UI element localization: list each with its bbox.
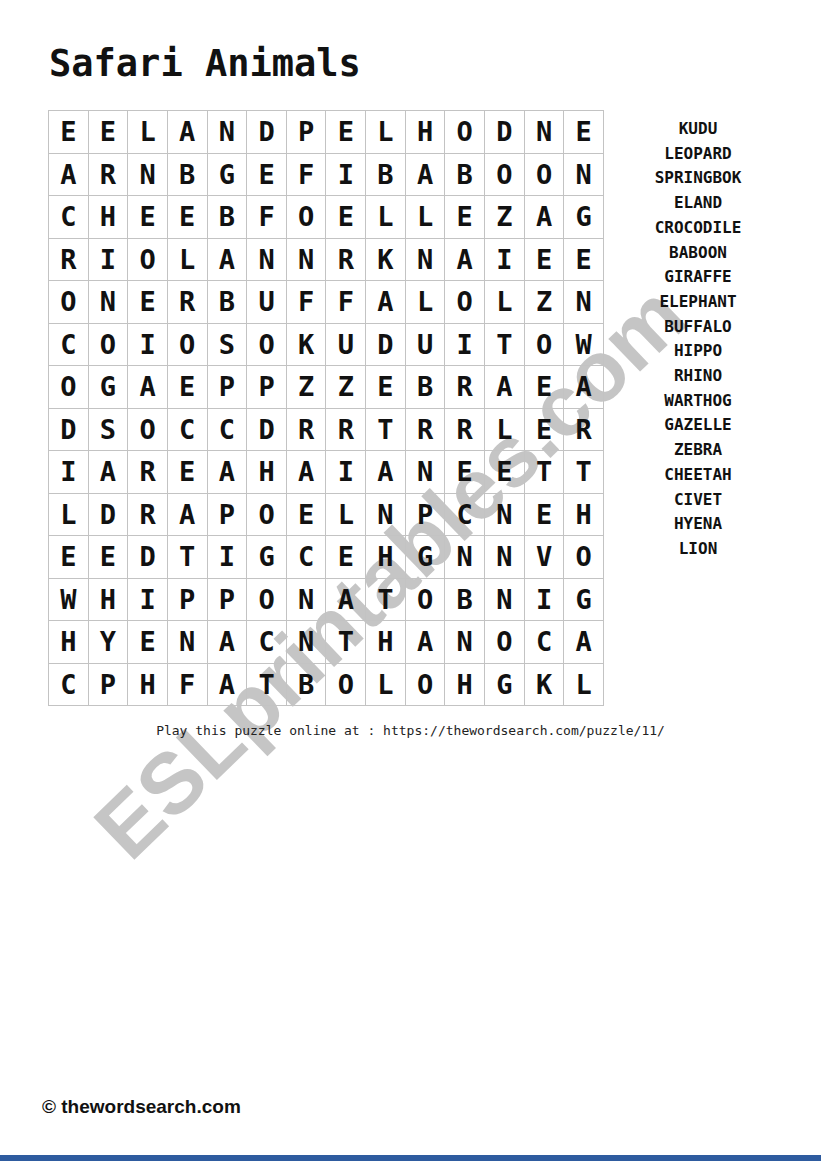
bottom-accent-bar [0, 1155, 821, 1161]
word-list-item: RHINO [603, 364, 793, 389]
grid-cell[interactable]: O [247, 494, 287, 537]
grid-cell[interactable]: F [287, 154, 327, 197]
grid-cell[interactable]: I [128, 324, 168, 367]
word-list-item: CROCODILE [603, 216, 793, 241]
grid-cell[interactable]: E [128, 281, 168, 324]
grid-cell[interactable]: F [287, 281, 327, 324]
grid-cell[interactable]: C [49, 324, 89, 367]
grid-cell[interactable]: N [128, 154, 168, 197]
grid-cell[interactable]: C [49, 196, 89, 239]
grid-cell[interactable]: B [287, 664, 327, 707]
grid-cell[interactable]: U [406, 324, 446, 367]
grid-cell[interactable]: K [287, 324, 327, 367]
grid-cell[interactable]: E [564, 111, 604, 154]
grid-cell[interactable]: P [89, 664, 129, 707]
grid-cell[interactable]: T [366, 579, 406, 622]
grid-cell[interactable]: S [208, 324, 248, 367]
grid-cell[interactable]: E [89, 536, 129, 579]
grid-cell[interactable]: R [406, 409, 446, 452]
grid-cell[interactable]: W [564, 324, 604, 367]
grid-cell[interactable]: H [366, 621, 406, 664]
page-title: Safari Animals [49, 42, 361, 85]
grid-cell[interactable]: E [168, 451, 208, 494]
grid-cell[interactable]: F [168, 664, 208, 707]
grid-cell[interactable]: I [89, 239, 129, 282]
word-list-item: SPRINGBOK [603, 166, 793, 191]
grid-cell[interactable]: H [366, 536, 406, 579]
grid-cell[interactable]: R [128, 494, 168, 537]
grid-cell[interactable]: L [366, 111, 406, 154]
word-list-item: CIVET [603, 488, 793, 513]
grid-cell[interactable]: C [247, 621, 287, 664]
grid-cell[interactable]: T [247, 664, 287, 707]
grid-cell[interactable]: E [326, 111, 366, 154]
grid-cell[interactable]: E [49, 111, 89, 154]
grid-cell[interactable]: C [49, 664, 89, 707]
grid-cell[interactable]: A [208, 621, 248, 664]
grid-cell[interactable]: D [89, 494, 129, 537]
grid-cell[interactable]: F [247, 196, 287, 239]
grid-cell[interactable]: E [128, 621, 168, 664]
word-list-item: LEOPARD [603, 142, 793, 167]
grid-cell[interactable]: O [485, 154, 525, 197]
grid-cell[interactable]: L [366, 664, 406, 707]
grid-cell[interactable]: P [287, 111, 327, 154]
grid-cell[interactable]: R [326, 239, 366, 282]
word-list-item: ELAND [603, 191, 793, 216]
grid-cell[interactable]: O [49, 281, 89, 324]
grid-cell[interactable]: O [247, 579, 287, 622]
grid-cell[interactable]: Y [89, 621, 129, 664]
grid-cell[interactable]: L [326, 494, 366, 537]
grid-cell[interactable]: B [168, 154, 208, 197]
grid-cell[interactable]: N [564, 154, 604, 197]
grid-cell[interactable]: A [89, 451, 129, 494]
grid-cell[interactable]: A [287, 451, 327, 494]
grid-cell[interactable]: U [247, 281, 287, 324]
grid-cell[interactable]: C [525, 621, 565, 664]
grid-cell[interactable]: W [49, 579, 89, 622]
grid-cell[interactable]: C [287, 536, 327, 579]
grid-cell[interactable]: E [564, 239, 604, 282]
play-online-note: Play this puzzle online at : https://the… [0, 723, 821, 738]
grid-cell[interactable]: I [49, 451, 89, 494]
grid-cell[interactable]: O [128, 409, 168, 452]
word-list-item: BABOON [603, 241, 793, 266]
grid-cell[interactable]: L [406, 281, 446, 324]
grid-cell[interactable]: E [168, 366, 208, 409]
grid-cell[interactable]: K [525, 664, 565, 707]
grid-cell[interactable]: O [525, 324, 565, 367]
grid-cell[interactable]: N [406, 451, 446, 494]
grid-cell[interactable]: D [485, 111, 525, 154]
grid-cell[interactable]: E [445, 196, 485, 239]
grid-cell[interactable]: R [445, 366, 485, 409]
grid-cell[interactable]: H [445, 664, 485, 707]
copyright-note: © thewordsearch.com [42, 1096, 241, 1118]
grid-cell[interactable]: E [49, 536, 89, 579]
grid-cell[interactable]: N [89, 281, 129, 324]
grid-cell[interactable]: N [366, 494, 406, 537]
grid-cell[interactable]: A [208, 451, 248, 494]
grid-cell[interactable]: A [366, 451, 406, 494]
word-list-item: HYENA [603, 512, 793, 537]
grid-cell[interactable]: P [208, 579, 248, 622]
grid-cell[interactable]: F [326, 281, 366, 324]
grid-cell[interactable]: A [168, 494, 208, 537]
grid-cell[interactable]: E [525, 366, 565, 409]
grid-cell[interactable]: N [564, 281, 604, 324]
grid-cell[interactable]: C [168, 409, 208, 452]
grid-cell[interactable]: N [485, 536, 525, 579]
grid-cell[interactable]: L [406, 196, 446, 239]
grid-cell[interactable]: T [564, 451, 604, 494]
grid-cell[interactable]: B [208, 196, 248, 239]
play-online-label: Play this puzzle online at : [156, 723, 383, 738]
grid-cell[interactable]: L [128, 111, 168, 154]
grid-cell[interactable]: O [485, 621, 525, 664]
grid-cell[interactable]: N [247, 239, 287, 282]
grid-cell[interactable]: O [49, 366, 89, 409]
grid-cell[interactable]: O [406, 579, 446, 622]
grid-cell[interactable]: H [89, 196, 129, 239]
grid-cell[interactable]: A [208, 239, 248, 282]
word-list-item: KUDU [603, 117, 793, 142]
word-list-item: GAZELLE [603, 413, 793, 438]
grid-cell[interactable]: A [564, 621, 604, 664]
word-list: KUDULEOPARDSPRINGBOKELANDCROCODILEBABOON… [603, 117, 793, 562]
grid-cell[interactable]: H [564, 494, 604, 537]
word-list-item: ZEBRA [603, 438, 793, 463]
grid-cell[interactable]: G [406, 536, 446, 579]
grid-cell[interactable]: G [208, 154, 248, 197]
grid-cell[interactable]: H [89, 579, 129, 622]
grid-cell[interactable]: G [564, 579, 604, 622]
grid-cell[interactable]: R [326, 409, 366, 452]
grid-cell[interactable]: L [49, 494, 89, 537]
grid-cell[interactable]: B [208, 281, 248, 324]
grid-cell[interactable]: O [525, 154, 565, 197]
grid-cell[interactable]: A [485, 366, 525, 409]
grid-cell[interactable]: E [525, 494, 565, 537]
grid-cell[interactable]: Z [525, 281, 565, 324]
grid-cell[interactable]: T [326, 621, 366, 664]
word-list-item: LION [603, 537, 793, 562]
grid-cell[interactable]: E [287, 494, 327, 537]
grid-cell[interactable]: E [326, 536, 366, 579]
word-list-item: ELEPHANT [603, 290, 793, 315]
grid-cell[interactable]: U [326, 324, 366, 367]
grid-cell[interactable]: A [564, 366, 604, 409]
grid-cell[interactable]: A [208, 664, 248, 707]
grid-cell[interactable]: Z [326, 366, 366, 409]
grid-cell[interactable]: B [406, 366, 446, 409]
grid-cell[interactable]: A [128, 366, 168, 409]
word-list-item: WARTHOG [603, 389, 793, 414]
grid-cell[interactable]: D [247, 111, 287, 154]
grid-cell[interactable]: O [564, 536, 604, 579]
grid-cell[interactable]: C [445, 494, 485, 537]
grid-cell[interactable]: E [525, 409, 565, 452]
grid-cell[interactable]: T [366, 409, 406, 452]
grid-cell[interactable]: N [485, 579, 525, 622]
grid-cell[interactable]: R [168, 281, 208, 324]
puzzle-url[interactable]: https://thewordsearch.com/puzzle/11/ [383, 723, 665, 738]
grid-cell[interactable]: N [208, 111, 248, 154]
grid-cell[interactable]: P [208, 494, 248, 537]
grid-cell[interactable]: B [366, 154, 406, 197]
grid-cell[interactable]: T [525, 451, 565, 494]
grid-cell[interactable]: K [366, 239, 406, 282]
grid-cell[interactable]: R [564, 409, 604, 452]
grid-cell[interactable]: E [525, 239, 565, 282]
grid-cell[interactable]: I [525, 579, 565, 622]
grid-cell[interactable]: A [445, 239, 485, 282]
grid-cell[interactable]: A [406, 154, 446, 197]
grid-cell[interactable]: N [445, 536, 485, 579]
grid-cell[interactable]: R [287, 409, 327, 452]
word-list-item: HIPPO [603, 339, 793, 364]
grid-cell[interactable]: E [128, 196, 168, 239]
grid-cell[interactable]: N [485, 494, 525, 537]
grid-cell[interactable]: N [287, 239, 327, 282]
grid-cell[interactable]: G [564, 196, 604, 239]
word-list-item: BUFFALO [603, 315, 793, 340]
grid-cell[interactable]: I [485, 239, 525, 282]
grid-cell[interactable]: E [366, 366, 406, 409]
grid-cell[interactable]: O [326, 664, 366, 707]
grid-cell[interactable]: R [89, 154, 129, 197]
grid-cell[interactable]: H [406, 111, 446, 154]
grid-cell[interactable]: I [445, 324, 485, 367]
grid-cell[interactable]: A [366, 281, 406, 324]
grid-cell[interactable]: B [445, 154, 485, 197]
grid-cell[interactable]: A [525, 196, 565, 239]
grid-cell[interactable]: B [445, 579, 485, 622]
grid-cell[interactable]: O [406, 664, 446, 707]
grid-cell[interactable]: L [485, 409, 525, 452]
grid-cell[interactable]: H [49, 621, 89, 664]
grid-cell[interactable]: O [287, 196, 327, 239]
grid-cell[interactable]: S [89, 409, 129, 452]
grid-cell[interactable]: N [445, 621, 485, 664]
grid-cell[interactable]: P [168, 579, 208, 622]
grid-cell[interactable]: O [128, 239, 168, 282]
grid-cell[interactable]: G [485, 664, 525, 707]
grid-cell[interactable]: V [525, 536, 565, 579]
grid-cell[interactable]: D [49, 409, 89, 452]
grid-cell[interactable]: E [326, 196, 366, 239]
grid-cell[interactable]: L [366, 196, 406, 239]
grid-cell[interactable]: O [247, 324, 287, 367]
grid-cell[interactable]: I [326, 451, 366, 494]
grid-cell[interactable]: P [406, 494, 446, 537]
grid-cell[interactable]: T [485, 324, 525, 367]
grid-cell[interactable]: D [128, 536, 168, 579]
grid-cell[interactable]: G [247, 536, 287, 579]
grid-cell[interactable]: L [168, 239, 208, 282]
grid-cell[interactable]: Z [485, 196, 525, 239]
grid-cell[interactable]: C [208, 409, 248, 452]
grid-cell[interactable]: N [287, 579, 327, 622]
grid-cell[interactable]: R [128, 451, 168, 494]
grid-cell[interactable]: L [564, 664, 604, 707]
grid-cell[interactable]: O [168, 324, 208, 367]
grid-cell[interactable]: A [168, 111, 208, 154]
grid-cell[interactable]: O [445, 111, 485, 154]
grid-cell[interactable]: T [168, 536, 208, 579]
grid-cell[interactable]: E [168, 196, 208, 239]
grid-cell[interactable]: N [287, 621, 327, 664]
grid-cell[interactable]: O [445, 281, 485, 324]
grid-cell[interactable]: D [247, 409, 287, 452]
grid-cell[interactable]: H [128, 664, 168, 707]
grid-cell[interactable]: N [406, 239, 446, 282]
grid-cell[interactable]: L [485, 281, 525, 324]
grid-cell[interactable]: P [247, 366, 287, 409]
grid-cell[interactable]: D [366, 324, 406, 367]
grid-cell[interactable]: I [208, 536, 248, 579]
grid-cell[interactable]: I [326, 154, 366, 197]
grid-cell[interactable]: E [445, 451, 485, 494]
grid-cell[interactable]: N [168, 621, 208, 664]
grid-cell[interactable]: R [49, 239, 89, 282]
grid-cell[interactable]: O [89, 324, 129, 367]
grid-cell[interactable]: Z [287, 366, 327, 409]
grid-cell[interactable]: P [208, 366, 248, 409]
grid-cell[interactable]: E [247, 154, 287, 197]
grid-cell[interactable]: E [89, 111, 129, 154]
grid-cell[interactable]: I [128, 579, 168, 622]
word-list-item: CHEETAH [603, 463, 793, 488]
grid-cell[interactable]: E [485, 451, 525, 494]
grid-cell[interactable]: R [445, 409, 485, 452]
word-list-item: GIRAFFE [603, 265, 793, 290]
grid-cell[interactable]: H [247, 451, 287, 494]
grid-cell[interactable]: A [49, 154, 89, 197]
grid-cell[interactable]: A [326, 579, 366, 622]
word-search-grid: EELANDPELHODNEARNBGEFIBABOONCHEEBFOELLEZ… [48, 110, 604, 706]
grid-cell[interactable]: N [525, 111, 565, 154]
grid-cell[interactable]: G [89, 366, 129, 409]
grid-cell[interactable]: A [406, 621, 446, 664]
